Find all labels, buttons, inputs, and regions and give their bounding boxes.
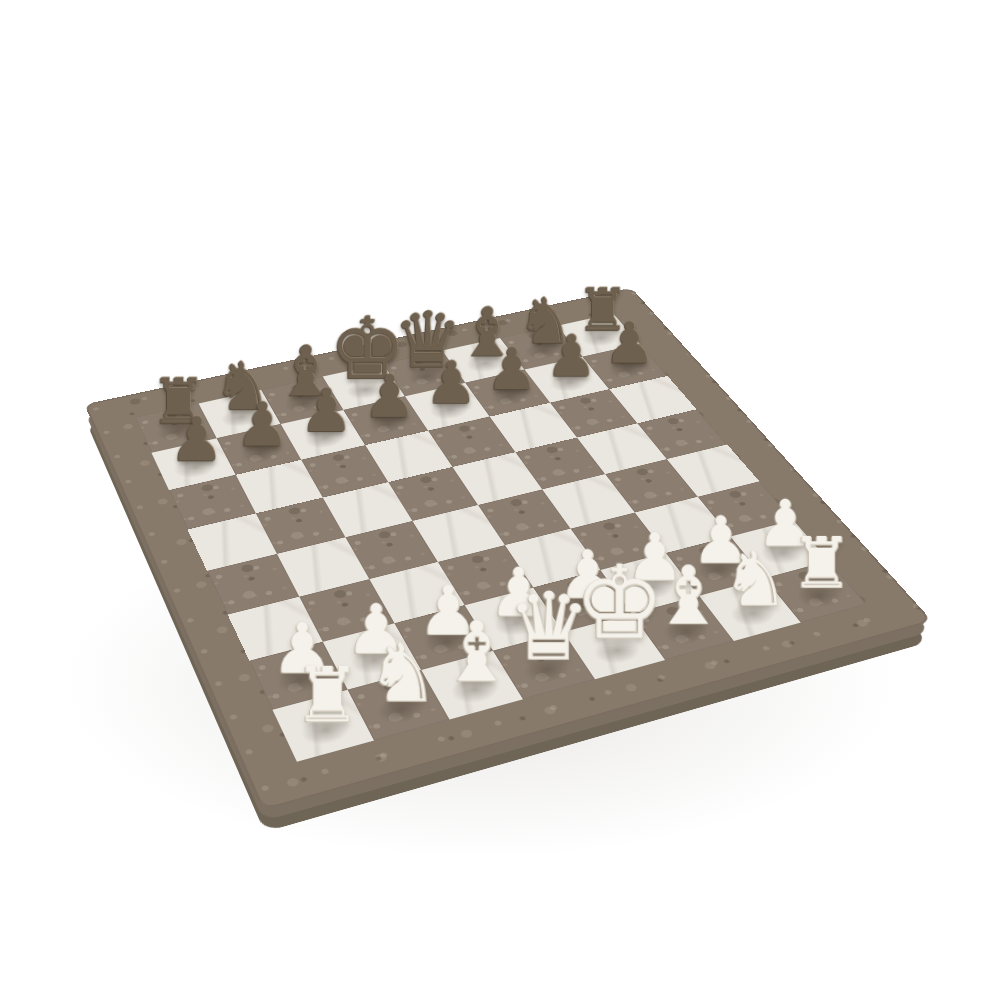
piece-black-pawn: ♟: [138, 409, 255, 470]
square-a7[interactable]: ♟: [151, 438, 235, 490]
square-a1[interactable]: ♜: [272, 690, 374, 762]
piece-white-rook: ♜: [258, 657, 396, 733]
scene: ♜♞♝♚♛♝♞♜♟♟♟♟♟♟♟♟♟♟♟♟♟♟♟♟♜♞♝♛♚♝♞♜: [0, 0, 1000, 1000]
